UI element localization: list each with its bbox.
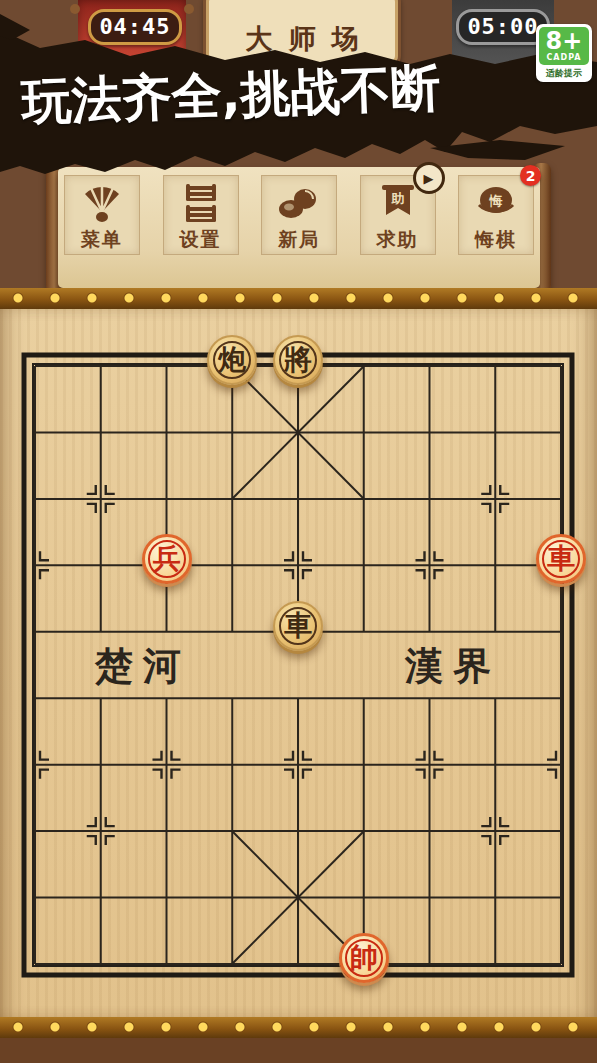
help-flag-char: 助 xyxy=(390,191,404,206)
xiangqi-piece-red[interactable]: 帥 xyxy=(339,933,389,983)
pieces-pile-icon xyxy=(276,181,322,225)
settings-button-label: 设置 xyxy=(180,227,222,253)
undo-piece-char: 悔 xyxy=(489,193,503,208)
xiangqi-piece-black[interactable]: 車 xyxy=(273,601,323,651)
river-label-left: 楚河 xyxy=(94,643,191,688)
scroll-frame-icon xyxy=(180,181,222,225)
undo-button[interactable]: 悔 悔棋 2 xyxy=(458,175,534,255)
settings-button[interactable]: 设置 xyxy=(163,175,239,255)
help-button-label: 求助 xyxy=(377,227,419,253)
play-badge[interactable]: ▶ xyxy=(413,162,445,194)
piece-char: 車 xyxy=(547,540,575,578)
piece-char: 將 xyxy=(284,341,312,379)
undo-piece-icon: 悔 xyxy=(473,181,519,225)
piece-char: 車 xyxy=(284,607,312,645)
undo-count-badge: 2 xyxy=(520,165,541,186)
toolbar: 菜单 设置 新局 xyxy=(64,175,534,255)
piece-char: 炮 xyxy=(218,341,246,379)
age-rating-org: CADPA xyxy=(539,53,589,62)
fan-icon xyxy=(81,181,123,225)
play-icon: ▶ xyxy=(424,172,434,185)
stud-rail-bottom xyxy=(0,1017,597,1038)
stud-rail-top xyxy=(0,288,597,309)
piece-char: 兵 xyxy=(153,540,181,578)
age-rating-value: 8+ xyxy=(539,29,589,53)
xiangqi-piece-black[interactable]: 將 xyxy=(273,335,323,385)
bottom-band xyxy=(0,1036,597,1063)
xiangqi-board[interactable]: 楚河 漢界 xyxy=(0,309,597,1018)
menu-button-label: 菜单 xyxy=(81,227,123,253)
piece-char: 帥 xyxy=(350,939,378,977)
game-screen: 04:45 大师场 05:00 玩法齐全,挑战不断 8+ CADPA 适龄提示 … xyxy=(0,0,597,1063)
xiangqi-piece-red[interactable]: 車 xyxy=(536,534,586,584)
help-button[interactable]: 助 求助 ▶ xyxy=(360,175,436,255)
menu-button[interactable]: 菜单 xyxy=(64,175,140,255)
river-label-right: 漢界 xyxy=(404,643,501,688)
age-rating-green-box: 8+ CADPA xyxy=(539,27,589,65)
new-game-button[interactable]: 新局 xyxy=(261,175,337,255)
xiangqi-piece-black[interactable]: 炮 xyxy=(207,335,257,385)
age-rating-badge: 8+ CADPA 适龄提示 xyxy=(536,24,592,82)
undo-button-label: 悔棋 xyxy=(475,227,517,253)
age-rating-caption: 适龄提示 xyxy=(539,67,589,80)
new-game-button-label: 新局 xyxy=(278,227,320,253)
xiangqi-piece-red[interactable]: 兵 xyxy=(142,534,192,584)
help-flag-icon: 助 xyxy=(377,181,419,225)
board-area[interactable]: 楚河 漢界 xyxy=(0,309,597,1018)
